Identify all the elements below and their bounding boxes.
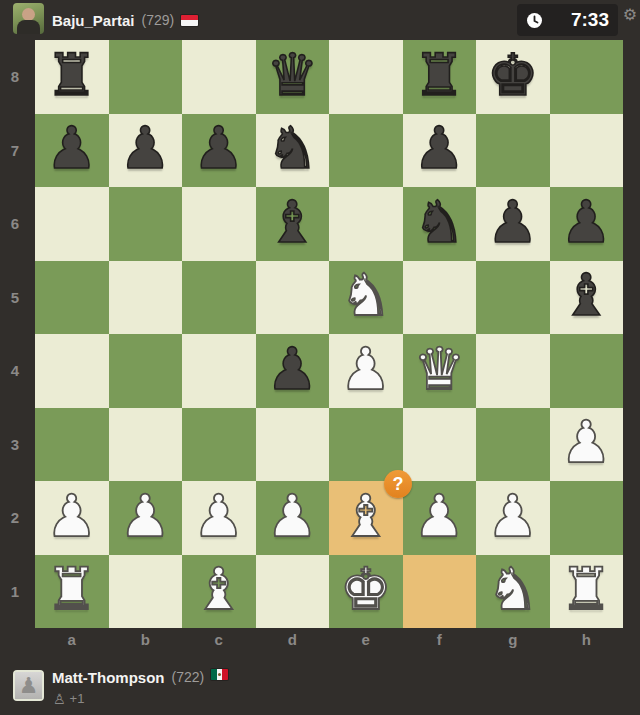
bottom-player-name[interactable]: Matt-Thompson	[52, 669, 164, 686]
square-g8[interactable]: ♚	[476, 40, 550, 114]
square-d4[interactable]: ♟	[256, 334, 330, 408]
square-e4[interactable]: ♟	[329, 334, 403, 408]
square-e5[interactable]: ♞	[329, 261, 403, 335]
square-h6[interactable]: ♟	[550, 187, 624, 261]
rank-label-4: 4	[0, 334, 30, 408]
clock-icon	[526, 12, 543, 29]
square-g6[interactable]: ♟	[476, 187, 550, 261]
square-h2[interactable]	[550, 481, 624, 555]
white-pawn[interactable]: ♟	[413, 487, 465, 545]
mexico-flag	[211, 669, 228, 680]
square-f2[interactable]: ♟	[403, 481, 477, 555]
square-f3[interactable]	[403, 408, 477, 482]
rank-labels: 87654321	[0, 40, 30, 628]
mistake-badge: ?	[384, 470, 412, 498]
square-g1[interactable]: ♞	[476, 555, 550, 629]
bottom-player-info: Matt-Thompson (722)	[52, 669, 228, 686]
square-a1[interactable]: ♜	[35, 555, 109, 629]
captured-pawn-icon: ♙	[53, 692, 66, 706]
white-pawn[interactable]: ♟	[46, 487, 98, 545]
square-a6[interactable]	[35, 187, 109, 261]
square-c8[interactable]	[182, 40, 256, 114]
file-labels: abcdefgh	[35, 628, 623, 652]
black-rook[interactable]: ♜	[46, 46, 98, 104]
white-rook[interactable]: ♜	[46, 560, 98, 618]
rank-label-1: 1	[0, 555, 30, 629]
square-d2[interactable]: ♟	[256, 481, 330, 555]
square-e8[interactable]	[329, 40, 403, 114]
square-g4[interactable]	[476, 334, 550, 408]
square-b8[interactable]	[109, 40, 183, 114]
square-d6[interactable]: ♝	[256, 187, 330, 261]
square-b4[interactable]	[109, 334, 183, 408]
material-advantage: +1	[70, 691, 85, 706]
square-e7[interactable]	[329, 114, 403, 188]
top-clock-time: 7:33	[543, 9, 618, 31]
square-b5[interactable]	[109, 261, 183, 335]
top-player-bar: Baju_Partai (729) 7:33 ⚙	[0, 0, 640, 40]
file-label-c: c	[182, 628, 256, 652]
square-d1[interactable]	[256, 555, 330, 629]
top-player-info: Baju_Partai (729)	[52, 0, 198, 40]
game-view: Baju_Partai (729) 7:33 ⚙ ♜♛♜♚♟♟♟♞♟♝♞♟♟♞♝…	[0, 0, 640, 715]
white-pawn[interactable]: ♟	[487, 487, 539, 545]
square-e1[interactable]: ♚	[329, 555, 403, 629]
square-h3[interactable]: ♟	[550, 408, 624, 482]
square-d8[interactable]: ♛	[256, 40, 330, 114]
square-h8[interactable]	[550, 40, 624, 114]
top-player-clock: 7:33	[517, 4, 618, 36]
square-a8[interactable]: ♜	[35, 40, 109, 114]
black-knight[interactable]: ♞	[413, 193, 465, 251]
rank-label-5: 5	[0, 261, 30, 335]
white-knight[interactable]: ♞	[487, 560, 539, 618]
top-player-name[interactable]: Baju_Partai	[52, 12, 135, 29]
chess-board[interactable]: ♜♛♜♚♟♟♟♞♟♝♞♟♟♞♝♟♟♛♟♟♟♟♟♝♟♟♜♝♚♞♜	[35, 40, 623, 628]
top-player-avatar[interactable]	[13, 3, 44, 34]
square-h1[interactable]: ♜	[550, 555, 624, 629]
square-d5[interactable]	[256, 261, 330, 335]
square-d7[interactable]: ♞	[256, 114, 330, 188]
black-pawn[interactable]: ♟	[266, 340, 318, 398]
black-queen[interactable]: ♛	[266, 46, 318, 104]
file-label-g: g	[476, 628, 550, 652]
square-h4[interactable]	[550, 334, 624, 408]
white-knight[interactable]: ♞	[340, 266, 392, 324]
square-b1[interactable]	[109, 555, 183, 629]
square-f8[interactable]: ♜	[403, 40, 477, 114]
bottom-player-avatar[interactable]: ♟	[13, 670, 44, 701]
black-bishop[interactable]: ♝	[560, 266, 612, 324]
square-f6[interactable]: ♞	[403, 187, 477, 261]
white-bishop[interactable]: ♝	[340, 487, 392, 545]
square-c3[interactable]	[182, 408, 256, 482]
square-g5[interactable]	[476, 261, 550, 335]
file-label-e: e	[329, 628, 403, 652]
square-f5[interactable]	[403, 261, 477, 335]
black-pawn[interactable]: ♟	[413, 119, 465, 177]
square-e3[interactable]	[329, 408, 403, 482]
square-b2[interactable]: ♟	[109, 481, 183, 555]
square-h7[interactable]	[550, 114, 624, 188]
white-king[interactable]: ♚	[340, 560, 392, 618]
settings-gear-icon[interactable]: ⚙	[621, 6, 639, 24]
white-pawn[interactable]: ♟	[119, 487, 171, 545]
white-rook[interactable]: ♜	[560, 560, 612, 618]
square-c7[interactable]: ♟	[182, 114, 256, 188]
square-b7[interactable]: ♟	[109, 114, 183, 188]
file-label-h: h	[550, 628, 624, 652]
rank-label-8: 8	[0, 40, 30, 114]
black-rook[interactable]: ♜	[413, 46, 465, 104]
black-pawn[interactable]: ♟	[46, 119, 98, 177]
captured-pieces-indicator: ♙ +1	[53, 691, 84, 706]
square-a5[interactable]	[35, 261, 109, 335]
square-a2[interactable]: ♟	[35, 481, 109, 555]
indonesia-flag	[181, 15, 198, 26]
file-label-d: d	[256, 628, 330, 652]
file-label-b: b	[109, 628, 183, 652]
square-f4[interactable]: ♛	[403, 334, 477, 408]
square-g7[interactable]	[476, 114, 550, 188]
default-pawn-avatar: ♟	[13, 670, 44, 701]
square-g2[interactable]: ♟	[476, 481, 550, 555]
white-bishop[interactable]: ♝	[193, 560, 245, 618]
square-a3[interactable]	[35, 408, 109, 482]
black-pawn[interactable]: ♟	[487, 193, 539, 251]
square-a7[interactable]: ♟	[35, 114, 109, 188]
bottom-player-bar: ♟ Matt-Thompson (722) 6:43	[0, 660, 640, 715]
file-label-f: f	[403, 628, 477, 652]
avatar-photo	[13, 3, 44, 34]
square-d3[interactable]	[256, 408, 330, 482]
square-c1[interactable]: ♝	[182, 555, 256, 629]
square-c2[interactable]: ♟	[182, 481, 256, 555]
square-f7[interactable]: ♟	[403, 114, 477, 188]
rank-label-3: 3	[0, 408, 30, 482]
square-a4[interactable]	[35, 334, 109, 408]
square-h5[interactable]: ♝	[550, 261, 624, 335]
square-c6[interactable]	[182, 187, 256, 261]
square-e6[interactable]	[329, 187, 403, 261]
white-pawn[interactable]: ♟	[193, 487, 245, 545]
black-pawn[interactable]: ♟	[119, 119, 171, 177]
square-c4[interactable]	[182, 334, 256, 408]
file-label-a: a	[35, 628, 109, 652]
rank-label-7: 7	[0, 114, 30, 188]
square-c5[interactable]	[182, 261, 256, 335]
black-bishop[interactable]: ♝	[266, 193, 318, 251]
top-player-rating: (729)	[142, 12, 175, 28]
square-g3[interactable]	[476, 408, 550, 482]
black-pawn[interactable]: ♟	[193, 119, 245, 177]
rank-label-2: 2	[0, 481, 30, 555]
square-b3[interactable]	[109, 408, 183, 482]
white-queen[interactable]: ♛	[413, 340, 465, 398]
white-pawn[interactable]: ♟	[266, 487, 318, 545]
white-pawn[interactable]: ♟	[340, 340, 392, 398]
bottom-player-rating: (722)	[171, 669, 204, 685]
white-pawn[interactable]: ♟	[560, 413, 612, 471]
black-knight[interactable]: ♞	[266, 119, 318, 177]
square-f1[interactable]	[403, 555, 477, 629]
black-king[interactable]: ♚	[487, 46, 539, 104]
square-b6[interactable]	[109, 187, 183, 261]
rank-label-6: 6	[0, 187, 30, 261]
black-pawn[interactable]: ♟	[560, 193, 612, 251]
